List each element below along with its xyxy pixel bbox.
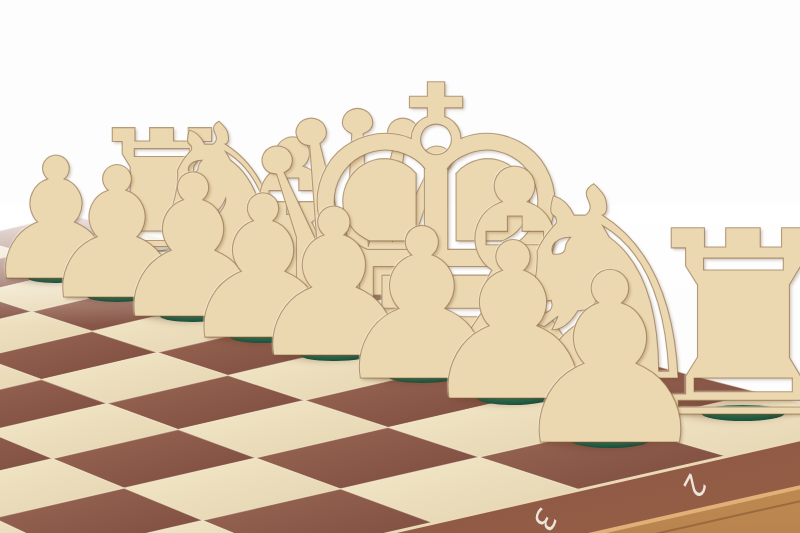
page: { "game": "chess", "scene": "product pho… <box>0 0 800 533</box>
highlight-wash <box>0 205 800 325</box>
chessboard: 23 <box>0 0 800 533</box>
photo-scene: 23 ♜♞♟♝♟♛♟♚♟♝♟♞♟♟♜♟ <box>0 0 800 533</box>
